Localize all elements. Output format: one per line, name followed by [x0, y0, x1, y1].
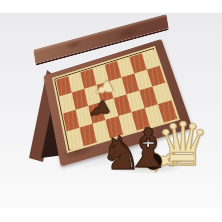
black-knight-standing: ♞ [100, 130, 141, 176]
chess-set-product-photo: ♟♟ ♝♞♝♛ [0, 0, 222, 222]
white-queen-standing: ♛ [156, 114, 210, 174]
